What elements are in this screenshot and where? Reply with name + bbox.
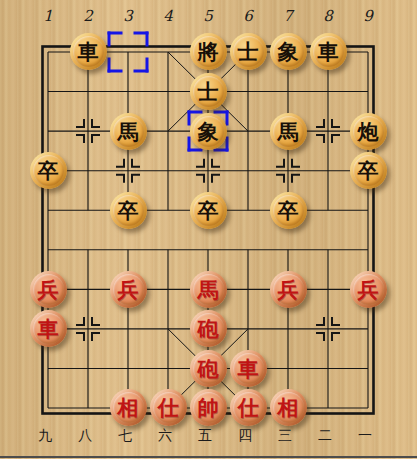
point-f1-r7[interactable]: 車: [28, 309, 68, 349]
point-f4-r3[interactable]: [148, 151, 188, 191]
point-f4-r2[interactable]: [148, 111, 188, 151]
piece-character: 砲: [198, 318, 219, 339]
file-label-bottom-6: 四: [232, 427, 258, 445]
piece-black-horse[interactable]: 馬: [110, 113, 147, 150]
point-f3-r0[interactable]: [108, 32, 148, 72]
piece-black-soldier[interactable]: 卒: [190, 192, 227, 229]
point-f6-r7[interactable]: [228, 309, 268, 349]
piece-character: 仕: [238, 397, 259, 418]
point-f7-r6[interactable]: 兵: [268, 269, 308, 309]
point-f6-r2[interactable]: [228, 111, 268, 151]
piece-character: 象: [278, 41, 299, 62]
point-f8-r7[interactable]: [308, 309, 348, 349]
piece-face: 兵: [353, 274, 384, 305]
piece-face: 車: [33, 313, 64, 344]
piece-face: 炮: [353, 116, 384, 147]
point-f4-r6[interactable]: [148, 269, 188, 309]
piece-black-soldier[interactable]: 卒: [270, 192, 307, 229]
point-f8-r9[interactable]: [308, 388, 348, 428]
point-f8-r6[interactable]: [308, 269, 348, 309]
piece-black-soldier[interactable]: 卒: [350, 152, 387, 189]
point-f5-r3[interactable]: [188, 151, 228, 191]
point-f5-r2[interactable]: 象: [188, 111, 228, 151]
piece-face: 馬: [113, 116, 144, 147]
file-label-bottom-1: 九: [32, 427, 58, 445]
point-f8-r0[interactable]: 車: [308, 32, 348, 72]
piece-face: 士: [233, 36, 264, 67]
point-f4-r0[interactable]: [148, 32, 188, 72]
point-f7-r1[interactable]: [268, 72, 308, 112]
file-label-top-7: 7: [275, 7, 301, 25]
file-label-top-6: 6: [235, 7, 261, 25]
point-f6-r6[interactable]: [228, 269, 268, 309]
piece-face: 士: [193, 76, 224, 107]
piece-face: 兵: [113, 274, 144, 305]
piece-face: 卒: [193, 195, 224, 226]
point-f1-r6[interactable]: 兵: [28, 269, 68, 309]
piece-character: 象: [198, 121, 219, 142]
file-label-bottom-7: 三: [272, 427, 298, 445]
piece-face: 相: [113, 392, 144, 423]
piece-face: 仕: [233, 392, 264, 423]
piece-character: 炮: [358, 121, 379, 142]
point-f7-r7[interactable]: [268, 309, 308, 349]
point-f6-r4[interactable]: [228, 190, 268, 230]
point-f5-r8[interactable]: 砲: [188, 349, 228, 389]
point-f3-r6[interactable]: 兵: [108, 269, 148, 309]
file-label-top-2: 2: [75, 7, 101, 25]
point-f2-r4[interactable]: [68, 190, 108, 230]
piece-black-advisor[interactable]: 士: [190, 73, 227, 110]
piece-character: 車: [38, 318, 59, 339]
point-f3-r9[interactable]: 相: [108, 388, 148, 428]
point-f9-r2[interactable]: 炮: [348, 111, 388, 151]
point-f9-r5[interactable]: [348, 230, 388, 270]
file-label-top-1: 1: [35, 7, 61, 25]
point-f9-r0[interactable]: [348, 32, 388, 72]
point-f7-r3[interactable]: [268, 151, 308, 191]
point-f6-r9[interactable]: 仕: [228, 388, 268, 428]
piece-face: 兵: [33, 274, 64, 305]
piece-black-soldier[interactable]: 卒: [30, 152, 67, 189]
piece-red-soldier[interactable]: 兵: [30, 271, 67, 308]
point-f7-r2[interactable]: 馬: [268, 111, 308, 151]
point-f6-r1[interactable]: [228, 72, 268, 112]
piece-character: 兵: [118, 279, 139, 300]
piece-character: 車: [78, 41, 99, 62]
piece-face: 將: [193, 36, 224, 67]
piece-character: 卒: [358, 160, 379, 181]
point-f7-r8[interactable]: [268, 349, 308, 389]
piece-black-elephant[interactable]: 象: [190, 113, 227, 150]
piece-black-soldier[interactable]: 卒: [110, 192, 147, 229]
piece-face: 象: [193, 116, 224, 147]
point-f8-r4[interactable]: [308, 190, 348, 230]
point-f2-r3[interactable]: [68, 151, 108, 191]
file-label-bottom-5: 五: [192, 427, 218, 445]
piece-red-advisor[interactable]: 仕: [230, 389, 267, 426]
piece-red-advisor[interactable]: 仕: [150, 389, 187, 426]
point-f5-r7[interactable]: 砲: [188, 309, 228, 349]
point-f5-r6[interactable]: 馬: [188, 269, 228, 309]
piece-character: 卒: [198, 200, 219, 221]
window-bottom-edge: [0, 456, 417, 458]
point-f9-r4[interactable]: [348, 190, 388, 230]
piece-face: 象: [273, 36, 304, 67]
point-f5-r0[interactable]: 將: [188, 32, 228, 72]
point-f7-r9[interactable]: 相: [268, 388, 308, 428]
point-f1-r0[interactable]: [28, 32, 68, 72]
piece-character: 卒: [38, 160, 59, 181]
point-f3-r2[interactable]: 馬: [108, 111, 148, 151]
point-f1-r5[interactable]: [28, 230, 68, 270]
piece-red-horse[interactable]: 馬: [190, 271, 227, 308]
point-f6-r0[interactable]: 士: [228, 32, 268, 72]
xiangqi-board[interactable]: 車將士象車士馬象馬炮卒卒卒卒卒兵兵馬兵兵車砲砲車相仕帥仕相: [28, 32, 388, 427]
piece-face: 車: [233, 353, 264, 384]
piece-red-soldier[interactable]: 兵: [110, 271, 147, 308]
point-f5-r1[interactable]: 士: [188, 72, 228, 112]
point-f2-r1[interactable]: [68, 72, 108, 112]
file-label-bottom-2: 八: [72, 427, 98, 445]
point-f8-r8[interactable]: [308, 349, 348, 389]
file-label-bottom-4: 六: [152, 427, 178, 445]
point-f3-r4[interactable]: 卒: [108, 190, 148, 230]
point-f9-r1[interactable]: [348, 72, 388, 112]
file-label-top-3: 3: [115, 7, 141, 25]
piece-red-chariot[interactable]: 車: [30, 310, 67, 347]
piece-face: 車: [73, 36, 104, 67]
piece-face: 馬: [273, 116, 304, 147]
point-f2-r2[interactable]: [68, 111, 108, 151]
point-f7-r0[interactable]: 象: [268, 32, 308, 72]
point-f9-r6[interactable]: 兵: [348, 269, 388, 309]
piece-face: 仕: [153, 392, 184, 423]
piece-character: 兵: [38, 279, 59, 300]
point-f1-r1[interactable]: [28, 72, 68, 112]
piece-red-cannon[interactable]: 砲: [190, 350, 227, 387]
piece-face: 兵: [273, 274, 304, 305]
point-f1-r4[interactable]: [28, 190, 68, 230]
point-f5-r5[interactable]: [188, 230, 228, 270]
piece-character: 砲: [198, 358, 219, 379]
point-f1-r2[interactable]: [28, 111, 68, 151]
point-f2-r8[interactable]: [68, 349, 108, 389]
file-label-bottom-9: 一: [352, 427, 378, 445]
marker-corner: [108, 57, 123, 72]
point-f2-r6[interactable]: [68, 269, 108, 309]
marker-corner: [108, 31, 123, 46]
point-f9-r8[interactable]: [348, 349, 388, 389]
point-f7-r4[interactable]: 卒: [268, 190, 308, 230]
point-f3-r8[interactable]: [108, 349, 148, 389]
point-f4-r1[interactable]: [148, 72, 188, 112]
piece-character: 相: [118, 397, 139, 418]
piece-face: 相: [273, 392, 304, 423]
piece-character: 仕: [158, 397, 179, 418]
piece-character: 車: [238, 358, 259, 379]
piece-character: 士: [198, 81, 219, 102]
point-f3-r3[interactable]: [108, 151, 148, 191]
point-f4-r9[interactable]: 仕: [148, 388, 188, 428]
point-f7-r5[interactable]: [268, 230, 308, 270]
piece-character: 馬: [118, 121, 139, 142]
piece-face: 車: [313, 36, 344, 67]
point-f3-r5[interactable]: [108, 230, 148, 270]
xiangqi-board-screen: 車將士象車士馬象馬炮卒卒卒卒卒兵兵馬兵兵車砲砲車相仕帥仕相 123456789九…: [0, 0, 417, 459]
point-f2-r9[interactable]: [68, 388, 108, 428]
point-f8-r1[interactable]: [308, 72, 348, 112]
point-f2-r0[interactable]: 車: [68, 32, 108, 72]
point-f4-r8[interactable]: [148, 349, 188, 389]
point-f4-r7[interactable]: [148, 309, 188, 349]
piece-face: 卒: [33, 155, 64, 186]
piece-black-chariot[interactable]: 車: [70, 33, 107, 70]
point-f6-r3[interactable]: [228, 151, 268, 191]
piece-character: 馬: [198, 279, 219, 300]
piece-character: 相: [278, 397, 299, 418]
piece-face: 帥: [193, 392, 224, 423]
file-label-bottom-8: 二: [312, 427, 338, 445]
piece-character: 將: [198, 41, 219, 62]
point-f4-r5[interactable]: [148, 230, 188, 270]
piece-face: 砲: [193, 313, 224, 344]
piece-red-soldier[interactable]: 兵: [350, 271, 387, 308]
piece-red-elephant[interactable]: 相: [270, 389, 307, 426]
last-move-origin-marker: [108, 31, 149, 72]
piece-character: 帥: [198, 397, 219, 418]
point-f9-r9[interactable]: [348, 388, 388, 428]
piece-character: 士: [238, 41, 259, 62]
piece-character: 兵: [358, 279, 379, 300]
point-f1-r8[interactable]: [28, 349, 68, 389]
point-f3-r1[interactable]: [108, 72, 148, 112]
point-f1-r3[interactable]: 卒: [28, 151, 68, 191]
file-label-top-4: 4: [155, 7, 181, 25]
piece-black-elephant[interactable]: 象: [270, 33, 307, 70]
piece-black-advisor[interactable]: 士: [230, 33, 267, 70]
piece-black-general[interactable]: 將: [190, 33, 227, 70]
point-f3-r7[interactable]: [108, 309, 148, 349]
file-label-top-8: 8: [315, 7, 341, 25]
file-label-top-9: 9: [355, 7, 381, 25]
piece-red-cannon[interactable]: 砲: [190, 310, 227, 347]
file-label-bottom-3: 七: [112, 427, 138, 445]
piece-character: 馬: [278, 121, 299, 142]
point-f2-r7[interactable]: [68, 309, 108, 349]
point-f8-r5[interactable]: [308, 230, 348, 270]
point-f8-r2[interactable]: [308, 111, 348, 151]
piece-black-chariot[interactable]: 車: [310, 33, 347, 70]
point-f9-r7[interactable]: [348, 309, 388, 349]
point-f5-r9[interactable]: 帥: [188, 388, 228, 428]
piece-character: 卒: [278, 200, 299, 221]
piece-black-cannon[interactable]: 炮: [350, 113, 387, 150]
point-f5-r4[interactable]: 卒: [188, 190, 228, 230]
piece-red-elephant[interactable]: 相: [110, 389, 147, 426]
piece-character: 卒: [118, 200, 139, 221]
piece-face: 卒: [273, 195, 304, 226]
marker-corner: [134, 31, 149, 46]
piece-red-general[interactable]: 帥: [190, 389, 227, 426]
piece-character: 車: [318, 41, 339, 62]
piece-face: 馬: [193, 274, 224, 305]
marker-corner: [134, 57, 149, 72]
point-f1-r9[interactable]: [28, 388, 68, 428]
piece-red-chariot[interactable]: 車: [230, 350, 267, 387]
point-f8-r3[interactable]: [308, 151, 348, 191]
point-f4-r4[interactable]: [148, 190, 188, 230]
point-f6-r8[interactable]: 車: [228, 349, 268, 389]
piece-face: 卒: [353, 155, 384, 186]
piece-red-soldier[interactable]: 兵: [270, 271, 307, 308]
piece-black-horse[interactable]: 馬: [270, 113, 307, 150]
file-label-top-5: 5: [195, 7, 221, 25]
piece-face: 卒: [113, 195, 144, 226]
point-f9-r3[interactable]: 卒: [348, 151, 388, 191]
point-f6-r5[interactable]: [228, 230, 268, 270]
point-f2-r5[interactable]: [68, 230, 108, 270]
piece-face: 砲: [193, 353, 224, 384]
piece-character: 兵: [278, 279, 299, 300]
